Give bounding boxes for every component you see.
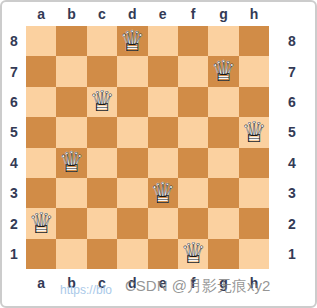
white-queen-piece: ♛♕ — [178, 239, 208, 269]
file-label-e-bottom: e — [148, 270, 178, 296]
rank-label-7-left: 7 — [2, 56, 26, 86]
rank-label-8-right: 8 — [269, 26, 315, 56]
file-label-c-bottom: c — [87, 270, 117, 296]
rank-label-3-right: 3 — [269, 178, 315, 208]
file-label-g-bottom: g — [208, 270, 238, 296]
square-c6: ♛♕ — [87, 87, 117, 117]
square-b8 — [56, 26, 86, 56]
rank-label-3-left: 3 — [2, 178, 26, 208]
square-c5 — [87, 117, 117, 147]
square-e2 — [148, 208, 178, 238]
square-e3: ♛♕ — [148, 178, 178, 208]
square-f7 — [178, 56, 208, 86]
square-c7 — [87, 56, 117, 86]
white-queen-piece: ♛♕ — [117, 26, 147, 56]
square-a7 — [26, 56, 56, 86]
square-b1 — [56, 239, 86, 269]
square-e8 — [148, 26, 178, 56]
rank-label-4-left: 4 — [2, 148, 26, 178]
square-e1 — [148, 239, 178, 269]
square-a5 — [26, 117, 56, 147]
rank-label-7-right: 7 — [269, 56, 315, 86]
rank-label-1-right: 1 — [269, 239, 315, 269]
square-e4 — [148, 148, 178, 178]
file-label-a-bottom: a — [26, 270, 56, 296]
square-h3 — [239, 178, 269, 208]
rank-labels-left: 87654321 — [2, 26, 26, 269]
square-d7 — [117, 56, 147, 86]
square-a2: ♛♕ — [26, 208, 56, 238]
chessboard-diagram: abcdefgh 87654321 87654321 ♛♕♛♕♛♕♛♕♛♕♛♕♛… — [0, 0, 317, 308]
square-f5 — [178, 117, 208, 147]
square-b4: ♛♕ — [56, 148, 86, 178]
square-g6 — [208, 87, 238, 117]
square-a6 — [26, 87, 56, 117]
square-f8 — [178, 26, 208, 56]
square-b7 — [56, 56, 86, 86]
square-c8 — [87, 26, 117, 56]
file-label-a-top: a — [26, 2, 56, 26]
file-label-b-bottom: b — [56, 270, 86, 296]
square-c2 — [87, 208, 117, 238]
rank-label-6-right: 6 — [269, 87, 315, 117]
square-h6 — [239, 87, 269, 117]
white-queen-piece: ♛♕ — [87, 87, 117, 117]
file-label-e-top: e — [148, 2, 178, 26]
square-d2 — [117, 208, 147, 238]
white-queen-piece: ♛♕ — [208, 56, 238, 86]
square-f6 — [178, 87, 208, 117]
square-h8 — [239, 26, 269, 56]
rank-label-5-left: 5 — [2, 117, 26, 147]
square-b3 — [56, 178, 86, 208]
square-d3 — [117, 178, 147, 208]
square-d1 — [117, 239, 147, 269]
square-g4 — [208, 148, 238, 178]
square-b6 — [56, 87, 86, 117]
square-d5 — [117, 117, 147, 147]
white-queen-piece: ♛♕ — [239, 117, 269, 147]
rank-label-2-right: 2 — [269, 208, 315, 238]
rank-label-1-left: 1 — [2, 239, 26, 269]
square-f3 — [178, 178, 208, 208]
square-d6 — [117, 87, 147, 117]
square-g7: ♛♕ — [208, 56, 238, 86]
square-a3 — [26, 178, 56, 208]
square-f2 — [178, 208, 208, 238]
square-h5: ♛♕ — [239, 117, 269, 147]
square-g1 — [208, 239, 238, 269]
rank-label-4-right: 4 — [269, 148, 315, 178]
file-labels-bottom: abcdefgh — [26, 270, 269, 296]
square-h2 — [239, 208, 269, 238]
rank-label-5-right: 5 — [269, 117, 315, 147]
square-h4 — [239, 148, 269, 178]
file-labels-top: abcdefgh — [26, 2, 269, 26]
square-g5 — [208, 117, 238, 147]
white-queen-piece: ♛♕ — [56, 148, 86, 178]
square-a8 — [26, 26, 56, 56]
file-label-h-top: h — [239, 2, 269, 26]
square-g2 — [208, 208, 238, 238]
file-label-h-bottom: h — [239, 270, 269, 296]
rank-label-6-left: 6 — [2, 87, 26, 117]
square-c1 — [87, 239, 117, 269]
rank-label-2-left: 2 — [2, 208, 26, 238]
square-e6 — [148, 87, 178, 117]
square-b2 — [56, 208, 86, 238]
square-a4 — [26, 148, 56, 178]
square-e5 — [148, 117, 178, 147]
file-label-f-top: f — [178, 2, 208, 26]
square-d4 — [117, 148, 147, 178]
square-h7 — [239, 56, 269, 86]
square-b5 — [56, 117, 86, 147]
white-queen-piece: ♛♕ — [26, 208, 56, 238]
square-a1 — [26, 239, 56, 269]
square-c3 — [87, 178, 117, 208]
file-label-g-top: g — [208, 2, 238, 26]
square-c4 — [87, 148, 117, 178]
file-label-f-bottom: f — [178, 270, 208, 296]
square-d8: ♛♕ — [117, 26, 147, 56]
square-g3 — [208, 178, 238, 208]
chessboard: ♛♕♛♕♛♕♛♕♛♕♛♕♛♕♛♕ — [26, 26, 269, 269]
rank-labels-right: 87654321 — [269, 26, 315, 269]
square-g8 — [208, 26, 238, 56]
file-label-d-bottom: d — [117, 270, 147, 296]
file-label-c-top: c — [87, 2, 117, 26]
white-queen-piece: ♛♕ — [148, 178, 178, 208]
rank-label-8-left: 8 — [2, 26, 26, 56]
file-label-b-top: b — [56, 2, 86, 26]
square-h1 — [239, 239, 269, 269]
square-f4 — [178, 148, 208, 178]
square-f1: ♛♕ — [178, 239, 208, 269]
square-e7 — [148, 56, 178, 86]
file-label-d-top: d — [117, 2, 147, 26]
